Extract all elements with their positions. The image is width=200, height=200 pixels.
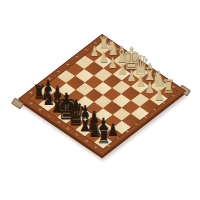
board-squares: ♜♟♟♜♞♟♟♞♝♟♟♝♚♟♟♚♛♟♟♛♝♟♟♝♞♟♟♞♜♟♟♜	[29, 41, 177, 148]
chess-set-product-photo: HGFEDCBA HGFEDCBA 87654321 87654321 ♜♟♟♜…	[0, 0, 200, 200]
chess-board: HGFEDCBA HGFEDCBA 87654321 87654321 ♜♟♟♜…	[18, 34, 186, 156]
